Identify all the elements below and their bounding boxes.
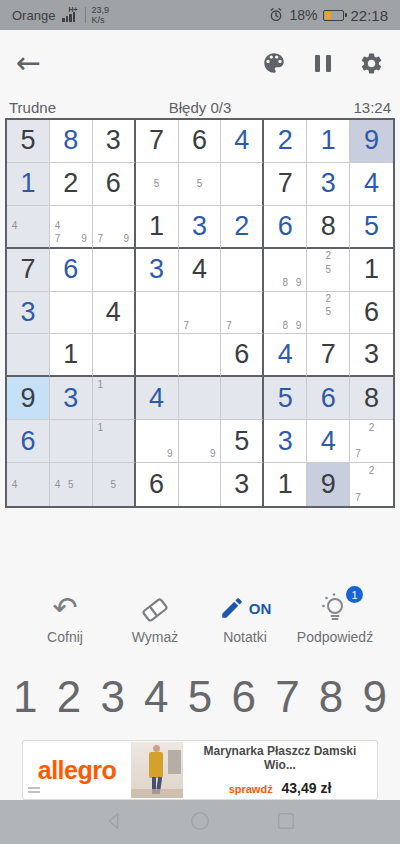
notes-state-badge: ON <box>249 600 272 617</box>
erase-label: Wymaż <box>132 629 179 645</box>
cell-r8c8[interactable]: 4 <box>307 420 350 463</box>
user-digit: 3 <box>63 385 78 412</box>
cell-r3c2[interactable]: 479 <box>50 206 93 249</box>
network-speed: 23,9 K/s <box>91 5 109 25</box>
battery-percent: 18% <box>289 7 317 23</box>
settings-button[interactable] <box>359 51 384 76</box>
given-digit: 2 <box>63 170 78 197</box>
eraser-icon <box>139 592 171 624</box>
pencil-mark: 5 <box>150 177 163 190</box>
signal-icon: H+ <box>62 8 80 22</box>
cell-r7c8[interactable]: 6 <box>307 377 350 420</box>
given-digit: 3 <box>234 471 249 498</box>
user-digit: 4 <box>321 428 336 455</box>
cell-r5c2[interactable] <box>50 292 93 335</box>
given-digit: 7 <box>278 170 293 197</box>
numpad-2[interactable]: 2 <box>57 675 81 719</box>
cell-r5c7[interactable]: 89 <box>264 292 307 335</box>
user-digit: 3 <box>192 213 207 240</box>
cell-r6c7[interactable]: 4 <box>264 334 307 377</box>
given-digit: 4 <box>106 299 121 326</box>
cell-r4c8[interactable]: 25 <box>307 249 350 292</box>
ad-brand-logo: allegro <box>23 756 131 785</box>
cell-r9c6[interactable]: 3 <box>221 463 264 506</box>
cell-r5c4[interactable] <box>136 292 179 335</box>
pencil-mark: 5 <box>322 263 335 276</box>
battery-icon <box>323 10 344 21</box>
user-digit: 4 <box>278 341 293 368</box>
nav-home-button[interactable] <box>189 810 211 835</box>
cell-r8c3[interactable]: 1 <box>93 420 136 463</box>
given-digit: 6 <box>192 127 207 154</box>
given-digit: 1 <box>63 341 78 368</box>
cell-r7c5[interactable] <box>179 377 222 420</box>
numpad-3[interactable]: 3 <box>100 675 124 719</box>
cell-r6c5[interactable] <box>179 334 222 377</box>
cell-r8c7[interactable]: 3 <box>264 420 307 463</box>
given-digit: 4 <box>192 256 207 283</box>
cell-r5c8[interactable]: 25 <box>307 292 350 335</box>
undo-label: Cofnij <box>47 629 83 645</box>
cell-r1c7[interactable]: 2 <box>264 120 307 163</box>
undo-button[interactable]: ↶ Cofnij <box>20 583 110 645</box>
cell-r5c5[interactable]: 7 <box>179 292 222 335</box>
cell-r6c6[interactable]: 6 <box>221 334 264 377</box>
given-digit: 7 <box>20 256 35 283</box>
pencil-mark: 5 <box>322 306 335 319</box>
cell-r4c9[interactable]: 1 <box>350 249 393 292</box>
game-header: Trudne Błędy 0/3 13:24 <box>0 96 400 118</box>
ad-banner[interactable]: allegro Marynarka Płaszcz Damski Wio... … <box>22 740 378 800</box>
back-icon: ← <box>16 48 41 78</box>
cell-r4c4[interactable]: 3 <box>136 249 179 292</box>
status-bar: Orange H+ 23,9 K/s 18% 22:18 <box>0 0 400 30</box>
notes-button[interactable]: ON Notatki <box>200 583 290 645</box>
pencil-mark: 7 <box>180 319 193 332</box>
pencil-mark: 7 <box>222 319 235 332</box>
ad-cta[interactable]: sprawdź <box>229 783 273 795</box>
settings-icon <box>359 51 384 76</box>
cell-r2c1[interactable]: 1 <box>7 163 50 206</box>
cell-r9c4[interactable]: 6 <box>136 463 179 506</box>
given-digit: 6 <box>234 341 249 368</box>
given-digit: 6 <box>106 170 121 197</box>
timer-label: 13:24 <box>353 99 391 116</box>
user-digit: 6 <box>63 256 78 283</box>
notes-label: Notatki <box>223 629 267 645</box>
back-button[interactable]: ← <box>16 48 41 78</box>
pencil-mark: 4 <box>51 220 64 233</box>
user-digit: 3 <box>20 299 35 326</box>
nav-back-button[interactable] <box>103 810 125 835</box>
user-digit: 3 <box>321 170 336 197</box>
pencil-mark: 9 <box>206 448 219 461</box>
pencil-mark: 1 <box>94 421 107 434</box>
cell-r6c1[interactable] <box>7 334 50 377</box>
given-digit: 5 <box>20 127 35 154</box>
cell-r3c1[interactable]: 4 <box>7 206 50 249</box>
nav-bar <box>0 800 400 844</box>
cell-r2c3[interactable]: 6 <box>93 163 136 206</box>
given-digit: 1 <box>364 256 379 283</box>
cell-r9c5[interactable] <box>179 463 222 506</box>
cell-r6c2[interactable]: 1 <box>50 334 93 377</box>
difficulty-label: Trudne <box>9 99 56 116</box>
phone-screen: Orange H+ 23,9 K/s 18% 22:18 ← <box>0 0 400 844</box>
cell-r7c7[interactable]: 5 <box>264 377 307 420</box>
nav-home-icon <box>189 810 211 832</box>
cell-r2c8[interactable]: 3 <box>307 163 350 206</box>
pencil-mark: 7 <box>94 233 107 246</box>
ad-product-image <box>131 742 183 798</box>
app-bar: ← <box>0 30 400 96</box>
cell-r1c9[interactable]: 9 <box>350 120 393 163</box>
errors-counter: Błędy 0/3 <box>0 99 400 116</box>
given-digit: 7 <box>321 341 336 368</box>
carrier-label: Orange <box>12 8 55 23</box>
cell-r2c9[interactable]: 4 <box>350 163 393 206</box>
cell-r6c4[interactable] <box>136 334 179 377</box>
cell-r9c7[interactable]: 1 <box>264 463 307 506</box>
cell-r6c3[interactable] <box>93 334 136 377</box>
user-digit: 6 <box>20 428 35 455</box>
cell-r3c8[interactable]: 8 <box>307 206 350 249</box>
cell-r7c1[interactable]: 9 <box>7 377 50 420</box>
palette-icon <box>261 50 287 76</box>
action-bar: ↶ Cofnij Wymaż ON Notatki <box>0 583 400 645</box>
given-digit: 3 <box>364 341 379 368</box>
pencil-mark: 5 <box>64 478 77 492</box>
cell-r8c1[interactable]: 6 <box>7 420 50 463</box>
pencil-mark: 9 <box>77 233 90 246</box>
pencil-mark: 4 <box>8 478 21 492</box>
cell-r5c1[interactable]: 3 <box>7 292 50 335</box>
given-digit: 3 <box>106 127 121 154</box>
user-digit: 1 <box>20 170 35 197</box>
cell-r9c2[interactable]: 45 <box>50 463 93 506</box>
cell-r3c4[interactable]: 1 <box>136 206 179 249</box>
numpad-4[interactable]: 4 <box>144 675 168 719</box>
cell-r4c2[interactable]: 6 <box>50 249 93 292</box>
user-digit: 4 <box>234 127 249 154</box>
given-digit: 9 <box>321 471 336 498</box>
cell-r3c3[interactable]: 79 <box>93 206 136 249</box>
pencil-mark: 7 <box>351 491 365 505</box>
cell-r8c9[interactable]: 27 <box>350 420 393 463</box>
cell-r1c6[interactable]: 4 <box>221 120 264 163</box>
user-digit: 3 <box>278 428 293 455</box>
given-digit: 8 <box>321 213 336 240</box>
given-digit: 9 <box>20 385 35 412</box>
cell-r2c7[interactable]: 7 <box>264 163 307 206</box>
cell-r9c1[interactable]: 4 <box>7 463 50 506</box>
user-digit: 8 <box>63 127 78 154</box>
pencil-mark: 5 <box>107 478 120 492</box>
cell-r8c5[interactable]: 9 <box>179 420 222 463</box>
ad-options-icon[interactable] <box>28 785 40 795</box>
theme-button[interactable] <box>261 50 287 76</box>
pencil-mark: 7 <box>351 448 365 461</box>
undo-icon: ↶ <box>52 593 77 623</box>
ad-price-line: sprawdź 43,49 zł <box>189 780 371 796</box>
user-digit: 3 <box>149 256 164 283</box>
cell-r7c6[interactable] <box>221 377 264 420</box>
numpad-7[interactable]: 7 <box>275 675 299 719</box>
cell-r1c4[interactable]: 7 <box>136 120 179 163</box>
pencil-mark: 9 <box>292 276 305 289</box>
pencil-mark: 9 <box>163 448 176 461</box>
cell-r4c3[interactable] <box>93 249 136 292</box>
cell-r8c2[interactable] <box>50 420 93 463</box>
pencil-mark: 2 <box>365 464 379 478</box>
erase-button[interactable]: Wymaż <box>110 583 200 645</box>
status-time: 22:18 <box>350 7 388 24</box>
user-digit: 1 <box>321 127 336 154</box>
given-digit: 1 <box>278 471 293 498</box>
pencil-mark: 4 <box>8 220 21 233</box>
cell-r1c8[interactable]: 1 <box>307 120 350 163</box>
cell-r3c5[interactable]: 3 <box>179 206 222 249</box>
given-digit: 6 <box>364 299 379 326</box>
given-digit: 6 <box>149 471 164 498</box>
pencil-mark: 4 <box>51 478 64 492</box>
pencil-mark: 2 <box>322 250 335 263</box>
pencil-mark: 1 <box>94 378 107 391</box>
cell-r2c4[interactable]: 5 <box>136 163 179 206</box>
cell-r8c4[interactable]: 9 <box>136 420 179 463</box>
pencil-mark: 9 <box>120 233 133 246</box>
cell-r8c6[interactable]: 5 <box>221 420 264 463</box>
sudoku-grid: 5837642191265573444797913268576348925134… <box>5 118 395 508</box>
cell-r1c2[interactable]: 8 <box>50 120 93 163</box>
pause-button[interactable] <box>315 55 331 72</box>
cell-r4c1[interactable]: 7 <box>7 249 50 292</box>
cell-r5c6[interactable]: 7 <box>221 292 264 335</box>
cell-r3c6[interactable]: 2 <box>221 206 264 249</box>
cell-r2c5[interactable]: 5 <box>179 163 222 206</box>
cell-r5c3[interactable]: 4 <box>93 292 136 335</box>
nav-back-icon <box>103 810 125 832</box>
user-digit: 6 <box>278 213 293 240</box>
hint-label: Podpowiedź <box>297 629 373 645</box>
given-digit: 8 <box>364 385 379 412</box>
nav-recents-button[interactable] <box>275 810 297 835</box>
pencil-mark: 2 <box>365 421 379 434</box>
pencil-mark: 9 <box>292 319 305 332</box>
cell-r2c2[interactable]: 2 <box>50 163 93 206</box>
cell-r1c3[interactable]: 3 <box>93 120 136 163</box>
nav-recents-icon <box>275 810 297 832</box>
user-digit: 4 <box>364 170 379 197</box>
cell-r5c9[interactable]: 6 <box>350 292 393 335</box>
pencil-mark: 7 <box>51 233 64 246</box>
user-digit: 4 <box>149 385 164 412</box>
ad-price: 43,49 zł <box>282 780 332 796</box>
user-digit: 6 <box>321 385 336 412</box>
user-digit: 9 <box>364 127 379 154</box>
cell-r6c9[interactable]: 3 <box>350 334 393 377</box>
cell-r3c9[interactable]: 5 <box>350 206 393 249</box>
cell-r6c8[interactable]: 7 <box>307 334 350 377</box>
cell-r4c6[interactable] <box>221 249 264 292</box>
cell-r7c2[interactable]: 3 <box>50 377 93 420</box>
cell-r1c5[interactable]: 6 <box>179 120 222 163</box>
cell-r4c5[interactable]: 4 <box>179 249 222 292</box>
pencil-mark: 8 <box>279 276 292 289</box>
pencil-mark: 2 <box>322 293 335 306</box>
pencil-icon <box>219 595 245 621</box>
given-digit: 7 <box>149 127 164 154</box>
cell-r7c3[interactable]: 1 <box>93 377 136 420</box>
ad-title: Marynarka Płaszcz Damski Wio... <box>189 744 371 772</box>
numpad-5[interactable]: 5 <box>188 675 212 719</box>
hint-count-badge: 1 <box>346 586 363 603</box>
numpad-1[interactable]: 1 <box>13 675 37 719</box>
cell-r1c1[interactable]: 5 <box>7 120 50 163</box>
user-digit: 5 <box>364 213 379 240</box>
number-pad: 123456789 <box>0 668 400 726</box>
pencil-mark: 5 <box>193 177 206 190</box>
user-digit: 2 <box>234 213 249 240</box>
user-digit: 5 <box>278 385 293 412</box>
cell-r9c9[interactable]: 27 <box>350 463 393 506</box>
given-digit: 5 <box>234 428 249 455</box>
given-digit: 1 <box>149 213 164 240</box>
pencil-mark: 8 <box>279 319 292 332</box>
numpad-9[interactable]: 9 <box>363 675 387 719</box>
cell-r3c7[interactable]: 6 <box>264 206 307 249</box>
pause-icon <box>315 55 331 72</box>
cell-r9c3[interactable]: 5 <box>93 463 136 506</box>
cell-r4c7[interactable]: 89 <box>264 249 307 292</box>
user-digit: 2 <box>278 127 293 154</box>
hint-button[interactable]: 1 Podpowiedź <box>290 583 380 645</box>
cell-r9c8[interactable]: 9 <box>307 463 350 506</box>
status-divider <box>85 7 86 23</box>
cell-r2c6[interactable] <box>221 163 264 206</box>
cell-r7c9[interactable]: 8 <box>350 377 393 420</box>
cell-r7c4[interactable]: 4 <box>136 377 179 420</box>
alarm-icon <box>268 7 284 23</box>
numpad-6[interactable]: 6 <box>231 675 255 719</box>
numpad-8[interactable]: 8 <box>319 675 343 719</box>
